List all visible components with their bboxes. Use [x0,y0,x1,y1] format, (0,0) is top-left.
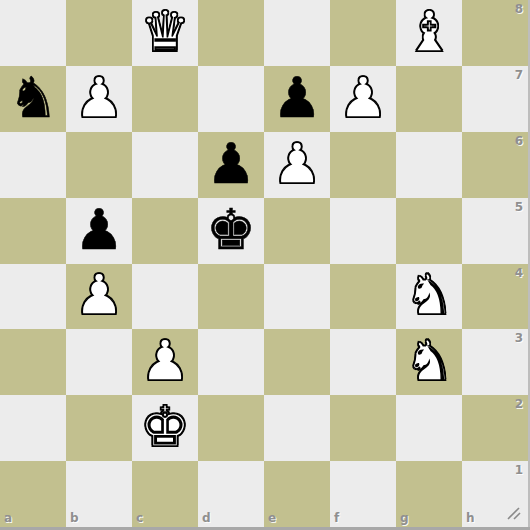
square-e6[interactable]: ♟ [264,132,330,198]
square-b4[interactable]: ♟ [66,264,132,330]
square-b2[interactable] [66,395,132,461]
square-e3[interactable] [264,329,330,395]
square-f2[interactable] [330,395,396,461]
white-king[interactable]: ♚ [140,399,190,455]
coord-file-e: e [268,512,276,524]
square-d7[interactable] [198,66,264,132]
square-a6[interactable] [0,132,66,198]
coord-file-d: d [202,512,211,524]
square-h7[interactable]: 7 [462,66,528,132]
chess-board-frame: ♛♝8♞♟♟♟7♟♟6♟♚5♟♞4♟♞3♚2abcdefg1h [0,0,530,530]
white-pawn[interactable]: ♟ [74,70,124,126]
square-e4[interactable] [264,264,330,330]
square-f4[interactable] [330,264,396,330]
coord-rank-8: 8 [515,3,523,15]
square-g5[interactable] [396,198,462,264]
coord-rank-2: 2 [515,398,523,410]
square-g3[interactable]: ♞ [396,329,462,395]
square-e8[interactable] [264,0,330,66]
square-g1[interactable]: g [396,461,462,527]
square-f7[interactable]: ♟ [330,66,396,132]
white-bishop[interactable]: ♝ [404,4,454,60]
square-c7[interactable] [132,66,198,132]
white-knight[interactable]: ♞ [404,333,454,389]
square-d2[interactable] [198,395,264,461]
square-a4[interactable] [0,264,66,330]
square-a5[interactable] [0,198,66,264]
square-d6[interactable]: ♟ [198,132,264,198]
square-h8[interactable]: 8 [462,0,528,66]
square-b8[interactable] [66,0,132,66]
coord-rank-6: 6 [515,135,523,147]
square-c4[interactable] [132,264,198,330]
white-knight[interactable]: ♞ [404,267,454,323]
black-pawn[interactable]: ♟ [74,202,124,258]
square-c8[interactable]: ♛ [132,0,198,66]
square-c6[interactable] [132,132,198,198]
black-pawn[interactable]: ♟ [272,70,322,126]
coord-file-f: f [334,512,339,524]
square-b1[interactable]: b [66,461,132,527]
square-g7[interactable] [396,66,462,132]
square-a3[interactable] [0,329,66,395]
white-queen[interactable]: ♛ [140,4,190,60]
square-f3[interactable] [330,329,396,395]
square-h4[interactable]: 4 [462,264,528,330]
square-b6[interactable] [66,132,132,198]
coord-file-g: g [400,512,409,524]
coord-file-c: c [136,512,143,524]
square-f5[interactable] [330,198,396,264]
coord-rank-4: 4 [515,267,523,279]
black-pawn[interactable]: ♟ [206,136,256,192]
white-pawn[interactable]: ♟ [272,136,322,192]
square-g8[interactable]: ♝ [396,0,462,66]
square-g4[interactable]: ♞ [396,264,462,330]
square-f6[interactable] [330,132,396,198]
square-e2[interactable] [264,395,330,461]
square-h2[interactable]: 2 [462,395,528,461]
square-d8[interactable] [198,0,264,66]
chess-board: ♛♝8♞♟♟♟7♟♟6♟♚5♟♞4♟♞3♚2abcdefg1h [0,0,528,527]
square-e1[interactable]: e [264,461,330,527]
white-pawn[interactable]: ♟ [140,333,190,389]
square-d3[interactable] [198,329,264,395]
square-g6[interactable] [396,132,462,198]
square-a7[interactable]: ♞ [0,66,66,132]
square-h6[interactable]: 6 [462,132,528,198]
square-f1[interactable]: f [330,461,396,527]
square-e5[interactable] [264,198,330,264]
black-king[interactable]: ♚ [206,202,256,258]
coord-file-a: a [4,512,12,524]
coord-file-h: h [466,512,475,524]
square-c1[interactable]: c [132,461,198,527]
square-f8[interactable] [330,0,396,66]
square-b3[interactable] [66,329,132,395]
square-h5[interactable]: 5 [462,198,528,264]
resize-handle-icon[interactable] [507,507,522,520]
square-a2[interactable] [0,395,66,461]
coord-rank-5: 5 [515,201,523,213]
square-b7[interactable]: ♟ [66,66,132,132]
square-d4[interactable] [198,264,264,330]
square-d1[interactable]: d [198,461,264,527]
square-g2[interactable] [396,395,462,461]
white-pawn[interactable]: ♟ [338,70,388,126]
square-h3[interactable]: 3 [462,329,528,395]
square-c3[interactable]: ♟ [132,329,198,395]
black-knight[interactable]: ♞ [8,70,58,126]
square-d5[interactable]: ♚ [198,198,264,264]
square-b5[interactable]: ♟ [66,198,132,264]
square-e7[interactable]: ♟ [264,66,330,132]
square-a1[interactable]: a [0,461,66,527]
square-a8[interactable] [0,0,66,66]
coord-file-b: b [70,512,79,524]
square-c5[interactable] [132,198,198,264]
coord-rank-3: 3 [515,332,523,344]
square-c2[interactable]: ♚ [132,395,198,461]
coord-rank-7: 7 [515,69,523,81]
white-pawn[interactable]: ♟ [74,267,124,323]
coord-rank-1: 1 [515,464,523,476]
